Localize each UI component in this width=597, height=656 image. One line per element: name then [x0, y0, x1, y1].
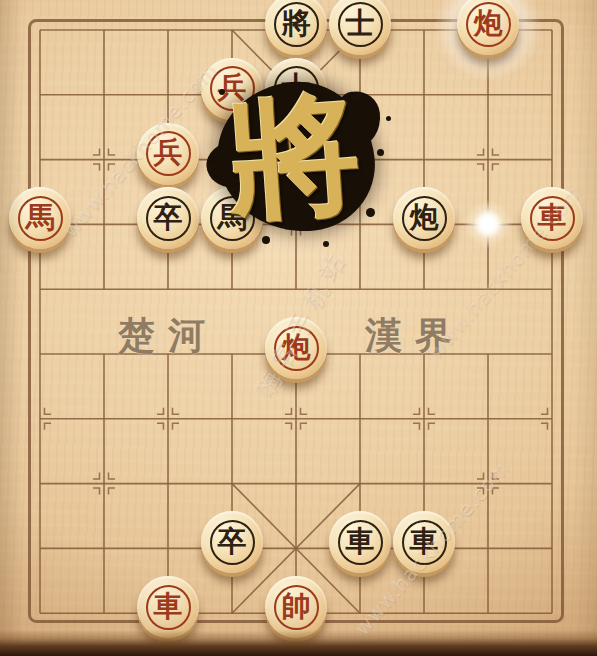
piece-black-advisor[interactable]: 士: [265, 58, 327, 120]
piece-char: 車: [154, 592, 183, 621]
river-label-right: 漢界: [365, 311, 465, 361]
piece-ring: 炮: [466, 2, 511, 47]
piece-black-cannon[interactable]: 炮: [393, 187, 455, 249]
piece-red-soldier[interactable]: 兵: [201, 58, 263, 120]
piece-ring: 車: [530, 196, 575, 241]
piece-char: 卒: [218, 527, 247, 556]
piece-ring: 兵: [210, 66, 255, 111]
piece-red-chariot[interactable]: 車: [521, 187, 583, 249]
piece-ring: 炮: [274, 326, 319, 371]
piece-ring: 士: [338, 2, 383, 47]
piece-ring: 將: [274, 2, 319, 47]
piece-red-horse[interactable]: 馬: [9, 187, 71, 249]
piece-red-soldier[interactable]: 兵: [137, 123, 199, 185]
piece-black-soldier[interactable]: 卒: [201, 511, 263, 573]
piece-ring: 士: [274, 66, 319, 111]
piece-black-chariot[interactable]: 車: [329, 511, 391, 573]
piece-char: 炮: [474, 9, 503, 38]
piece-ring: 卒: [146, 196, 191, 241]
piece-ring: 兵: [146, 131, 191, 176]
xiangqi-game-screen: 楚河 漢界 將士炮兵士兵馬卒馬炮車炮卒車車車帥 將 www.hackhome.c…: [0, 0, 597, 656]
piece-black-horse[interactable]: 馬: [201, 187, 263, 249]
piece-char: 士: [282, 73, 311, 102]
piece-char: 炮: [282, 333, 311, 362]
piece-black-chariot[interactable]: 車: [393, 511, 455, 573]
piece-char: 卒: [154, 203, 183, 232]
piece-ring: 馬: [18, 196, 63, 241]
piece-ring: 車: [146, 585, 191, 630]
piece-red-general[interactable]: 帥: [265, 576, 327, 638]
piece-ring: 卒: [210, 520, 255, 565]
piece-char: 將: [282, 9, 311, 38]
piece-char: 帥: [282, 592, 311, 621]
piece-ring: 馬: [210, 196, 255, 241]
piece-ring: 帥: [274, 585, 319, 630]
piece-char: 馬: [218, 203, 247, 232]
piece-char: 車: [538, 203, 567, 232]
piece-ring: 炮: [402, 196, 447, 241]
piece-char: 炮: [410, 203, 439, 232]
river-label-left: 楚河: [118, 311, 218, 361]
piece-ring: 車: [402, 520, 447, 565]
piece-char: 車: [410, 527, 439, 556]
piece-char: 車: [346, 527, 375, 556]
piece-char: 馬: [26, 203, 55, 232]
piece-red-cannon[interactable]: 炮: [265, 317, 327, 379]
piece-red-chariot[interactable]: 車: [137, 576, 199, 638]
piece-ring: 車: [338, 520, 383, 565]
piece-char: 士: [346, 9, 375, 38]
piece-char: 兵: [154, 138, 183, 167]
piece-char: 兵: [218, 73, 247, 102]
piece-black-soldier[interactable]: 卒: [137, 187, 199, 249]
